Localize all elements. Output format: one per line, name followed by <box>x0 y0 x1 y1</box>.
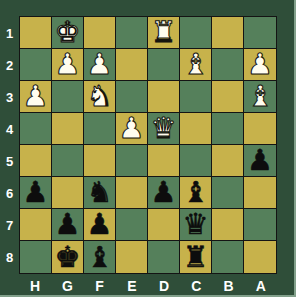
square-h6[interactable]: ♟ <box>20 177 52 209</box>
file-label-f: F <box>84 276 116 295</box>
square-e2[interactable] <box>116 49 148 81</box>
square-c4[interactable] <box>180 113 212 145</box>
square-c3[interactable] <box>180 81 212 113</box>
chess-board-frame: 12345678 ♚♜♟♟♝♟♟♞♝♟♛♟♟♞♟♝♟♟♛♚♝♜ HGFEDCBA <box>0 0 296 297</box>
square-a1[interactable] <box>244 17 276 49</box>
rank-label-5: 5 <box>0 145 19 177</box>
white-pawn-a2[interactable]: ♟ <box>247 49 273 80</box>
white-rook-d1[interactable]: ♜ <box>151 17 177 48</box>
white-king-g1[interactable]: ♚ <box>55 17 81 48</box>
file-labels: HGFEDCBA <box>19 276 277 295</box>
square-f7[interactable]: ♟ <box>84 209 116 241</box>
square-e4[interactable]: ♟ <box>116 113 148 145</box>
square-b3[interactable] <box>212 81 244 113</box>
square-f1[interactable] <box>84 17 116 49</box>
square-a5[interactable]: ♟ <box>244 145 276 177</box>
square-g1[interactable]: ♚ <box>52 17 84 49</box>
file-label-h: H <box>19 276 51 295</box>
white-pawn-g2[interactable]: ♟ <box>55 49 81 80</box>
square-h1[interactable] <box>20 17 52 49</box>
black-pawn-d6[interactable]: ♟ <box>151 177 177 208</box>
square-b7[interactable] <box>212 209 244 241</box>
black-rook-c8[interactable]: ♜ <box>183 242 209 273</box>
square-c1[interactable] <box>180 17 212 49</box>
square-b8[interactable] <box>212 241 244 273</box>
square-g5[interactable] <box>52 145 84 177</box>
square-e8[interactable] <box>116 241 148 273</box>
white-queen-d4[interactable]: ♛ <box>151 113 177 144</box>
square-d2[interactable] <box>148 49 180 81</box>
file-label-g: G <box>51 276 83 295</box>
rank-label-7: 7 <box>0 209 19 241</box>
black-pawn-a5[interactable]: ♟ <box>247 145 273 176</box>
square-f2[interactable]: ♟ <box>84 49 116 81</box>
rank-label-2: 2 <box>0 49 19 81</box>
rank-label-3: 3 <box>0 81 19 113</box>
square-b2[interactable] <box>212 49 244 81</box>
square-d3[interactable] <box>148 81 180 113</box>
square-d4[interactable]: ♛ <box>148 113 180 145</box>
white-pawn-f2[interactable]: ♟ <box>87 49 113 80</box>
square-d5[interactable] <box>148 145 180 177</box>
square-b4[interactable] <box>212 113 244 145</box>
square-h2[interactable] <box>20 49 52 81</box>
rank-label-1: 1 <box>0 17 19 49</box>
square-a4[interactable] <box>244 113 276 145</box>
square-h5[interactable] <box>20 145 52 177</box>
square-f5[interactable] <box>84 145 116 177</box>
square-d8[interactable] <box>148 241 180 273</box>
square-b6[interactable] <box>212 177 244 209</box>
square-d7[interactable] <box>148 209 180 241</box>
square-a2[interactable]: ♟ <box>244 49 276 81</box>
square-b1[interactable] <box>212 17 244 49</box>
square-a6[interactable] <box>244 177 276 209</box>
square-d6[interactable]: ♟ <box>148 177 180 209</box>
square-f8[interactable]: ♝ <box>84 241 116 273</box>
black-bishop-c6[interactable]: ♝ <box>183 177 209 208</box>
square-h4[interactable] <box>20 113 52 145</box>
black-king-g8[interactable]: ♚ <box>55 242 81 273</box>
square-h8[interactable] <box>20 241 52 273</box>
black-pawn-h6[interactable]: ♟ <box>23 177 49 208</box>
square-a8[interactable] <box>244 241 276 273</box>
black-knight-f6[interactable]: ♞ <box>87 177 113 208</box>
square-g3[interactable] <box>52 81 84 113</box>
square-c6[interactable]: ♝ <box>180 177 212 209</box>
square-g6[interactable] <box>52 177 84 209</box>
black-pawn-f7[interactable]: ♟ <box>87 209 113 240</box>
black-bishop-f8[interactable]: ♝ <box>87 242 113 273</box>
square-a7[interactable] <box>244 209 276 241</box>
square-g8[interactable]: ♚ <box>52 241 84 273</box>
square-d1[interactable]: ♜ <box>148 17 180 49</box>
white-bishop-a3[interactable]: ♝ <box>247 81 273 112</box>
file-label-c: C <box>180 276 212 295</box>
black-queen-c7[interactable]: ♛ <box>183 209 209 240</box>
rank-label-6: 6 <box>0 177 19 209</box>
square-e3[interactable] <box>116 81 148 113</box>
square-g7[interactable]: ♟ <box>52 209 84 241</box>
rank-label-8: 8 <box>0 241 19 273</box>
file-label-b: B <box>213 276 245 295</box>
square-c8[interactable]: ♜ <box>180 241 212 273</box>
square-e6[interactable] <box>116 177 148 209</box>
square-e5[interactable] <box>116 145 148 177</box>
square-a3[interactable]: ♝ <box>244 81 276 113</box>
square-e7[interactable] <box>116 209 148 241</box>
square-f6[interactable]: ♞ <box>84 177 116 209</box>
square-g4[interactable] <box>52 113 84 145</box>
white-knight-f3[interactable]: ♞ <box>87 81 113 112</box>
file-label-a: A <box>245 276 277 295</box>
square-h3[interactable]: ♟ <box>20 81 52 113</box>
file-label-e: E <box>116 276 148 295</box>
rank-labels: 12345678 <box>0 17 19 273</box>
rank-label-4: 4 <box>0 113 19 145</box>
square-h7[interactable] <box>20 209 52 241</box>
square-c5[interactable] <box>180 145 212 177</box>
file-label-d: D <box>148 276 180 295</box>
square-f4[interactable] <box>84 113 116 145</box>
white-pawn-h3[interactable]: ♟ <box>23 81 49 112</box>
square-e1[interactable] <box>116 17 148 49</box>
white-bishop-c2[interactable]: ♝ <box>183 49 209 80</box>
white-pawn-e4[interactable]: ♟ <box>119 113 145 144</box>
square-c7[interactable]: ♛ <box>180 209 212 241</box>
square-g2[interactable]: ♟ <box>52 49 84 81</box>
square-f3[interactable]: ♞ <box>84 81 116 113</box>
square-c2[interactable]: ♝ <box>180 49 212 81</box>
square-b5[interactable] <box>212 145 244 177</box>
black-pawn-g7[interactable]: ♟ <box>55 209 81 240</box>
chess-board[interactable]: ♚♜♟♟♝♟♟♞♝♟♛♟♟♞♟♝♟♟♛♚♝♜ <box>19 16 277 274</box>
